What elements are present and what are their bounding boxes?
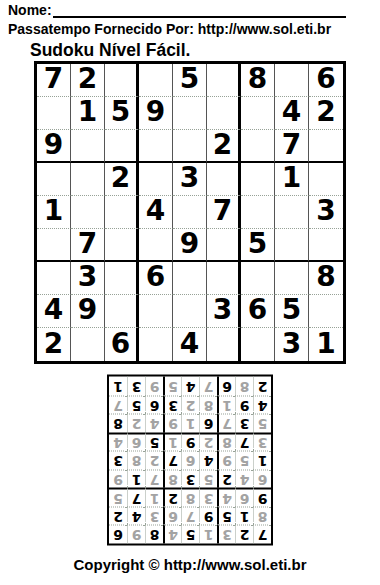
solution-cell-r4c8: 1 (127, 470, 145, 489)
cell-r2c6 (207, 97, 241, 130)
solution-cell-r4c3: 2 (217, 470, 235, 489)
cell-r7c3 (105, 262, 139, 295)
solution-cell-r5c4: 4 (199, 451, 217, 470)
solution-cell-r3c2: 6 (235, 488, 253, 507)
cell-r6c4 (139, 229, 173, 262)
solution-cell-r1c7: 8 (145, 525, 163, 544)
solution-cell-r7c3: 7 (217, 414, 235, 433)
solution-cell-r1c6: 4 (163, 525, 181, 544)
solution-cell-r4c9: 9 (109, 470, 127, 489)
cell-r4c6 (207, 163, 241, 196)
cell-r9c7 (241, 328, 275, 361)
cell-r3c7 (241, 130, 275, 163)
solution-cell-r6c4: 2 (199, 433, 217, 452)
solution-cell-r2c5: 7 (181, 507, 199, 526)
page: Nome: Passatempo Fornecido Por: http://w… (0, 0, 380, 585)
solution-cell-r2c3: 5 (217, 507, 235, 526)
cell-r2c7 (241, 97, 275, 130)
solution-cell-r1c2: 2 (235, 525, 253, 544)
cell-r3c2 (71, 130, 105, 163)
cell-r3c4 (139, 130, 173, 163)
page-title: Sudoku Nível Fácil. (30, 40, 190, 60)
solution-cell-r8c3: 1 (217, 396, 235, 415)
solution-cell-r7c1: 5 (253, 414, 271, 433)
cell-r6c3 (105, 229, 139, 262)
cell-r6c2: 7 (71, 229, 105, 262)
cell-r1c5: 5 (173, 64, 207, 97)
solution-cell-r6c9: 4 (109, 433, 127, 452)
solution-cell-r5c7: 2 (145, 451, 163, 470)
solution-cell-r6c6: 1 (163, 433, 181, 452)
cell-r9c2 (71, 328, 105, 361)
solution-cell-r7c9: 8 (109, 414, 127, 433)
solution-cell-r3c8: 7 (127, 488, 145, 507)
solution-cell-r6c2: 7 (235, 433, 253, 452)
cell-r1c6 (207, 64, 241, 97)
cell-r6c7: 5 (241, 229, 275, 262)
cell-r6c5: 9 (173, 229, 207, 262)
cell-r8c1: 4 (37, 295, 71, 328)
sudoku-solution-grid-rotated: 7231548968159763429643821756425387191594… (107, 375, 273, 546)
solution-cell-r3c9: 5 (109, 488, 127, 507)
cell-r7c6 (207, 262, 241, 295)
solution-cell-r5c8: 8 (127, 451, 145, 470)
solution-cell-r9c5: 4 (181, 377, 199, 396)
cell-r4c2 (71, 163, 105, 196)
solution-cell-r4c2: 4 (235, 470, 253, 489)
cell-r5c5 (173, 196, 207, 229)
cell-r5c1: 1 (37, 196, 71, 229)
name-label: Nome: (8, 2, 52, 18)
solution-cell-r9c7: 9 (145, 377, 163, 396)
solution-cell-r2c1: 8 (253, 507, 271, 526)
cell-r3c6: 2 (207, 130, 241, 163)
solution-cell-r3c1: 9 (253, 488, 271, 507)
cell-r5c2 (71, 196, 105, 229)
provider-line: Passatempo Fornecido Por: http://www.sol… (8, 21, 331, 38)
solution-cell-r1c8: 9 (127, 525, 145, 544)
cell-r4c5: 3 (173, 163, 207, 196)
solution-cell-r6c3: 8 (217, 433, 235, 452)
cell-r1c3 (105, 64, 139, 97)
solution-cell-r7c5: 1 (181, 414, 199, 433)
cell-r1c9: 6 (309, 64, 343, 97)
name-blank-line (53, 3, 346, 18)
cell-r8c8: 5 (275, 295, 309, 328)
solution-cell-r1c1: 7 (253, 525, 271, 544)
solution-cell-r9c4: 7 (199, 377, 217, 396)
solution-cell-r6c5: 9 (181, 433, 199, 452)
copyright: Copyright © http://www.sol.eti.br (0, 556, 380, 573)
cell-r3c5 (173, 130, 207, 163)
cell-r5c8 (275, 196, 309, 229)
cell-r4c3: 2 (105, 163, 139, 196)
solution-cell-r9c8: 3 (127, 377, 145, 396)
solution-grid-wrap: 7231548968159763429643821756425387191594… (107, 375, 273, 546)
solution-cell-r5c2: 5 (235, 451, 253, 470)
cell-r3c1: 9 (37, 130, 71, 163)
solution-cell-r9c9: 1 (109, 377, 127, 396)
solution-cell-r3c5: 8 (181, 488, 199, 507)
solution-cell-r3c6: 2 (163, 488, 181, 507)
cell-r7c1 (37, 262, 71, 295)
solution-cell-r2c4: 9 (199, 507, 217, 526)
solution-cell-r8c4: 8 (199, 396, 217, 415)
cell-r1c7: 8 (241, 64, 275, 97)
solution-cell-r6c8: 6 (127, 433, 145, 452)
cell-r6c1 (37, 229, 71, 262)
solution-cell-r7c7: 4 (145, 414, 163, 433)
cell-r3c9 (309, 130, 343, 163)
solution-cell-r9c6: 5 (163, 377, 181, 396)
cell-r8c9 (309, 295, 343, 328)
sudoku-puzzle-grid: 725861594292723114737953684936526431 (34, 61, 346, 364)
solution-cell-r6c7: 5 (145, 433, 163, 452)
cell-r9c6 (207, 328, 241, 361)
solution-cell-r8c5: 2 (181, 396, 199, 415)
solution-cell-r4c4: 5 (199, 470, 217, 489)
cell-r1c1: 7 (37, 64, 71, 97)
cell-r9c3: 6 (105, 328, 139, 361)
cell-r2c1 (37, 97, 71, 130)
solution-cell-r4c7: 7 (145, 470, 163, 489)
cell-r6c9 (309, 229, 343, 262)
solution-cell-r8c9: 7 (109, 396, 127, 415)
cell-r8c5 (173, 295, 207, 328)
solution-cell-r5c3: 9 (217, 451, 235, 470)
solution-cell-r1c5: 5 (181, 525, 199, 544)
solution-cell-r3c4: 3 (199, 488, 217, 507)
solution-cell-r7c4: 6 (199, 414, 217, 433)
cell-r6c6 (207, 229, 241, 262)
cell-r5c7 (241, 196, 275, 229)
cell-r9c1: 2 (37, 328, 71, 361)
solution-cell-r1c4: 1 (199, 525, 217, 544)
cell-r9c9: 1 (309, 328, 343, 361)
cell-r8c4 (139, 295, 173, 328)
cell-r8c6: 3 (207, 295, 241, 328)
cell-r2c4: 9 (139, 97, 173, 130)
solution-cell-r5c5: 6 (181, 451, 199, 470)
solution-cell-r2c9: 2 (109, 507, 127, 526)
solution-cell-r8c8: 5 (127, 396, 145, 415)
cell-r7c2: 3 (71, 262, 105, 295)
cell-r1c4 (139, 64, 173, 97)
solution-cell-r2c6: 6 (163, 507, 181, 526)
solution-cell-r2c7: 3 (145, 507, 163, 526)
solution-cell-r5c1: 1 (253, 451, 271, 470)
cell-r2c2: 1 (71, 97, 105, 130)
solution-cell-r7c8: 2 (127, 414, 145, 433)
solution-cell-r6c1: 3 (253, 433, 271, 452)
solution-cell-r8c7: 6 (145, 396, 163, 415)
solution-cell-r8c6: 3 (163, 396, 181, 415)
cell-r4c8: 1 (275, 163, 309, 196)
solution-cell-r7c6: 9 (163, 414, 181, 433)
cell-r7c4: 6 (139, 262, 173, 295)
cell-r4c1 (37, 163, 71, 196)
cell-r4c4 (139, 163, 173, 196)
cell-r3c8: 7 (275, 130, 309, 163)
solution-cell-r5c9: 3 (109, 451, 127, 470)
cell-r7c7 (241, 262, 275, 295)
solution-cell-r5c6: 7 (163, 451, 181, 470)
cell-r7c5 (173, 262, 207, 295)
solution-cell-r7c2: 3 (235, 414, 253, 433)
solution-cell-r2c8: 4 (127, 507, 145, 526)
solution-cell-r4c1: 6 (253, 470, 271, 489)
cell-r3c3 (105, 130, 139, 163)
solution-cell-r3c3: 4 (217, 488, 235, 507)
cell-r4c9 (309, 163, 343, 196)
cell-r5c9: 3 (309, 196, 343, 229)
solution-cell-r8c2: 9 (235, 396, 253, 415)
solution-cell-r9c1: 2 (253, 377, 271, 396)
solution-cell-r8c1: 4 (253, 396, 271, 415)
cell-r9c4 (139, 328, 173, 361)
name-row: Nome: (8, 2, 346, 18)
cell-r6c8 (275, 229, 309, 262)
solution-cell-r4c6: 8 (163, 470, 181, 489)
cell-r2c8: 4 (275, 97, 309, 130)
cell-r7c9: 8 (309, 262, 343, 295)
cell-r8c3 (105, 295, 139, 328)
cell-r8c2: 9 (71, 295, 105, 328)
cell-r7c8 (275, 262, 309, 295)
cell-r9c5: 4 (173, 328, 207, 361)
solution-cell-r9c2: 8 (235, 377, 253, 396)
solution-cell-r1c3: 3 (217, 525, 235, 544)
cell-r5c6: 7 (207, 196, 241, 229)
cell-r2c9: 2 (309, 97, 343, 130)
cell-r1c8 (275, 64, 309, 97)
cell-r2c5 (173, 97, 207, 130)
solution-cell-r2c2: 1 (235, 507, 253, 526)
solution-cell-r3c7: 1 (145, 488, 163, 507)
solution-cell-r4c5: 3 (181, 470, 199, 489)
cell-r8c7: 6 (241, 295, 275, 328)
cell-r5c3 (105, 196, 139, 229)
cell-r4c7 (241, 163, 275, 196)
cell-r9c8: 3 (275, 328, 309, 361)
solution-cell-r9c3: 6 (217, 377, 235, 396)
cell-r2c3: 5 (105, 97, 139, 130)
cell-r1c2: 2 (71, 64, 105, 97)
cell-r5c4: 4 (139, 196, 173, 229)
solution-cell-r1c9: 6 (109, 525, 127, 544)
